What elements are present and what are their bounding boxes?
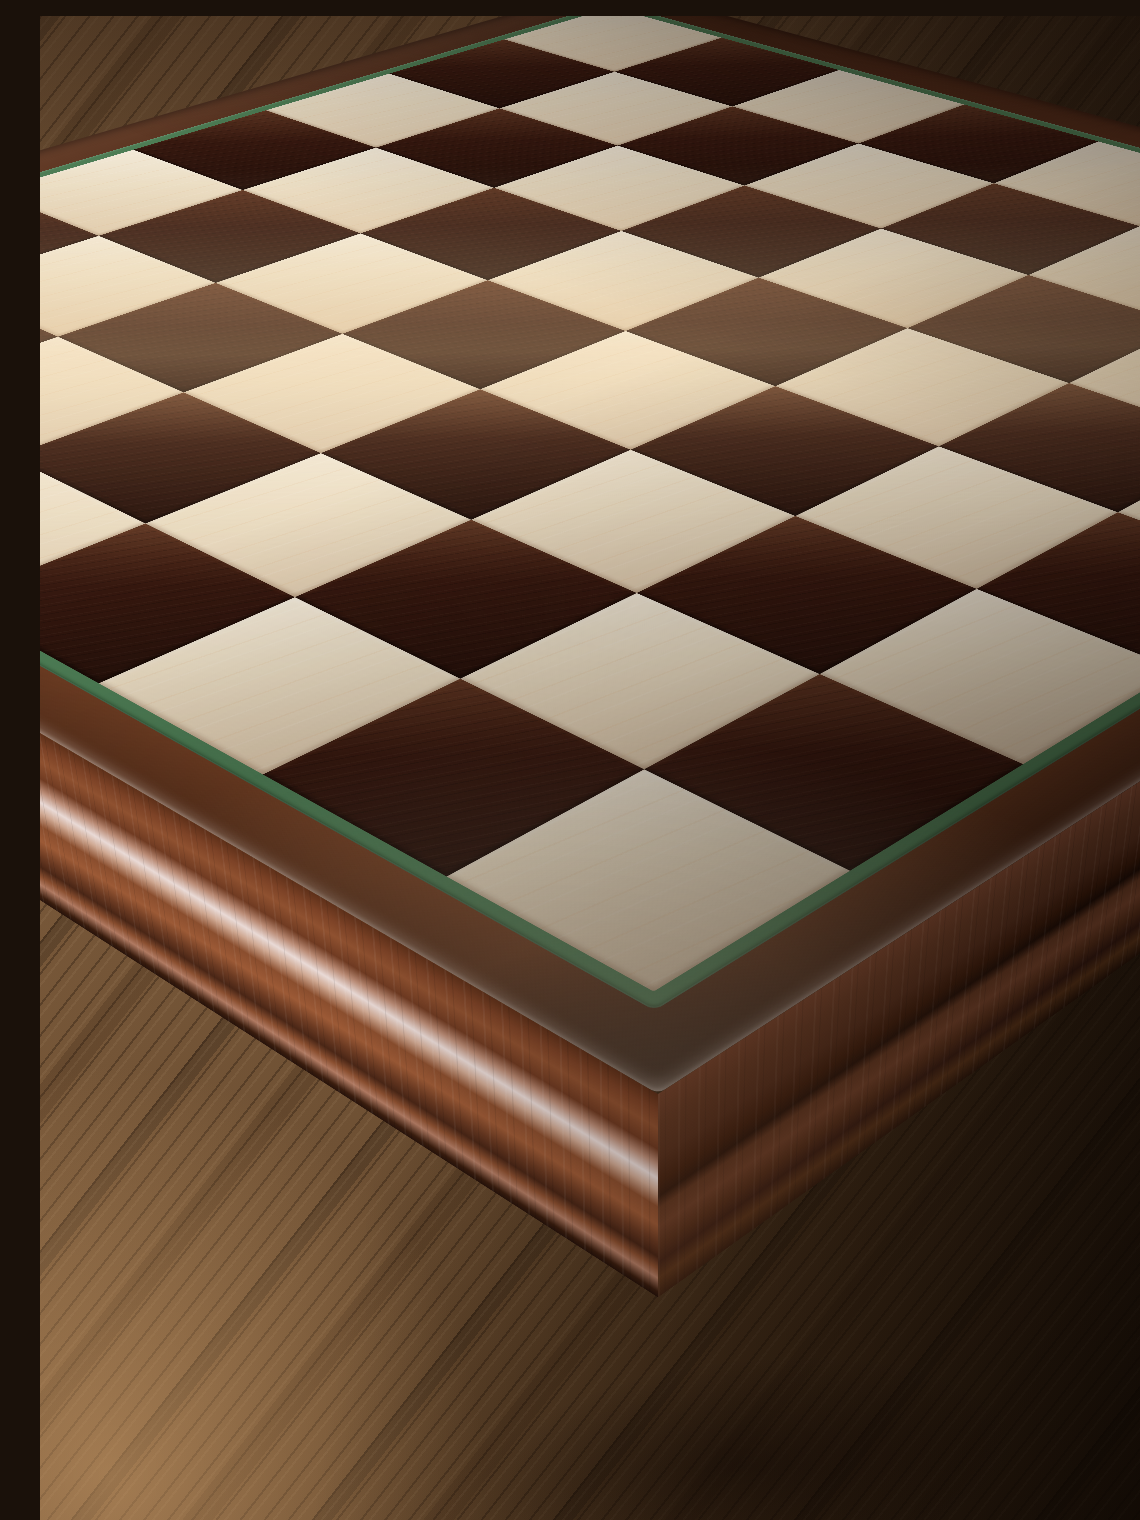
chessboard-3d	[40, 16, 1140, 1094]
board-contact-shadow	[356, 1277, 1140, 1520]
photo-of-chessboard: Overhead corner-angle photograph of an e…	[40, 16, 1140, 1520]
